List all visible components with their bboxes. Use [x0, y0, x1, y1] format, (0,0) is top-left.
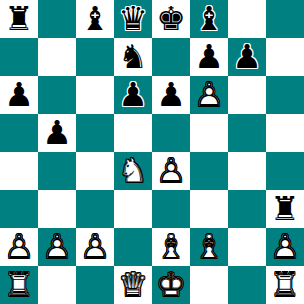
square-a1[interactable]: ♜♖ — [0, 266, 38, 304]
black-queen-glyph: ♛ — [114, 0, 152, 38]
square-g3[interactable] — [228, 190, 266, 228]
white-pawn: ♟♙ — [266, 228, 304, 266]
black-pawn-glyph: ♟ — [190, 38, 228, 76]
square-a6[interactable]: ♟ — [0, 76, 38, 114]
square-d2[interactable] — [114, 228, 152, 266]
square-c5[interactable] — [76, 114, 114, 152]
black-rook-glyph: ♜ — [0, 0, 38, 38]
square-d4[interactable]: ♞♘ — [114, 152, 152, 190]
square-e3[interactable] — [152, 190, 190, 228]
white-knight-outline: ♘ — [114, 152, 152, 190]
white-pawn: ♟♙ — [190, 76, 228, 114]
white-queen: ♛♕ — [114, 266, 152, 304]
black-king: ♚ — [152, 0, 190, 38]
square-b2[interactable]: ♟♙ — [38, 228, 76, 266]
white-pawn: ♟♙ — [0, 228, 38, 266]
square-c2[interactable]: ♟♙ — [76, 228, 114, 266]
square-h1[interactable]: ♜♖ — [266, 266, 304, 304]
square-h4[interactable] — [266, 152, 304, 190]
white-bishop: ♝♗ — [190, 228, 228, 266]
square-d6[interactable]: ♟ — [114, 76, 152, 114]
black-rook: ♜ — [0, 0, 38, 38]
square-g2[interactable] — [228, 228, 266, 266]
square-f4[interactable] — [190, 152, 228, 190]
white-bishop-outline: ♗ — [190, 228, 228, 266]
white-pawn-outline: ♙ — [266, 228, 304, 266]
square-e8[interactable]: ♚ — [152, 0, 190, 38]
black-bishop: ♝ — [190, 0, 228, 38]
black-king-glyph: ♚ — [152, 0, 190, 38]
square-b5[interactable]: ♟ — [38, 114, 76, 152]
square-c8[interactable]: ♝ — [76, 0, 114, 38]
black-rook: ♜ — [266, 190, 304, 228]
square-b7[interactable] — [38, 38, 76, 76]
square-a4[interactable] — [0, 152, 38, 190]
square-h7[interactable] — [266, 38, 304, 76]
white-pawn-outline: ♙ — [152, 152, 190, 190]
square-c3[interactable] — [76, 190, 114, 228]
white-pawn-outline: ♙ — [38, 228, 76, 266]
square-g8[interactable] — [228, 0, 266, 38]
square-a2[interactable]: ♟♙ — [0, 228, 38, 266]
white-pawn-outline: ♙ — [190, 76, 228, 114]
black-pawn: ♟ — [152, 76, 190, 114]
black-knight-glyph: ♞ — [114, 38, 152, 76]
square-c4[interactable] — [76, 152, 114, 190]
white-knight: ♞♘ — [114, 152, 152, 190]
black-pawn: ♟ — [0, 76, 38, 114]
black-bishop-glyph: ♝ — [76, 0, 114, 38]
square-g4[interactable] — [228, 152, 266, 190]
square-a3[interactable] — [0, 190, 38, 228]
square-d5[interactable] — [114, 114, 152, 152]
black-pawn-glyph: ♟ — [228, 38, 266, 76]
white-pawn: ♟♙ — [76, 228, 114, 266]
square-h6[interactable] — [266, 76, 304, 114]
white-pawn-outline: ♙ — [76, 228, 114, 266]
white-bishop-outline: ♗ — [152, 228, 190, 266]
black-pawn: ♟ — [114, 76, 152, 114]
white-rook: ♜♖ — [0, 266, 38, 304]
square-b4[interactable] — [38, 152, 76, 190]
square-b6[interactable] — [38, 76, 76, 114]
square-a8[interactable]: ♜ — [0, 0, 38, 38]
black-pawn: ♟ — [228, 38, 266, 76]
square-f8[interactable]: ♝ — [190, 0, 228, 38]
square-g5[interactable] — [228, 114, 266, 152]
square-g1[interactable] — [228, 266, 266, 304]
black-pawn-glyph: ♟ — [0, 76, 38, 114]
white-pawn: ♟♙ — [38, 228, 76, 266]
square-b8[interactable] — [38, 0, 76, 38]
white-bishop: ♝♗ — [152, 228, 190, 266]
square-c7[interactable] — [76, 38, 114, 76]
square-h3[interactable]: ♜ — [266, 190, 304, 228]
square-d7[interactable]: ♞ — [114, 38, 152, 76]
black-pawn-glyph: ♟ — [152, 76, 190, 114]
square-g6[interactable] — [228, 76, 266, 114]
square-a7[interactable] — [0, 38, 38, 76]
square-e1[interactable]: ♚♔ — [152, 266, 190, 304]
white-rook: ♜♖ — [266, 266, 304, 304]
chess-board: ♜♝♛♚♝♞♟♟♟♟♟♟♙♟♞♘♟♙♜♟♙♟♙♟♙♝♗♝♗♟♙♜♖♛♕♚♔♜♖ — [0, 0, 304, 304]
white-rook-outline: ♖ — [266, 266, 304, 304]
square-d8[interactable]: ♛ — [114, 0, 152, 38]
white-rook-outline: ♖ — [0, 266, 38, 304]
square-e2[interactable]: ♝♗ — [152, 228, 190, 266]
square-f6[interactable]: ♟♙ — [190, 76, 228, 114]
white-queen-outline: ♕ — [114, 266, 152, 304]
white-king: ♚♔ — [152, 266, 190, 304]
white-pawn-outline: ♙ — [0, 228, 38, 266]
black-pawn: ♟ — [38, 114, 76, 152]
square-g7[interactable]: ♟ — [228, 38, 266, 76]
square-b3[interactable] — [38, 190, 76, 228]
square-d1[interactable]: ♛♕ — [114, 266, 152, 304]
square-f2[interactable]: ♝♗ — [190, 228, 228, 266]
black-queen: ♛ — [114, 0, 152, 38]
black-pawn-glyph: ♟ — [114, 76, 152, 114]
square-e7[interactable] — [152, 38, 190, 76]
black-pawn: ♟ — [190, 38, 228, 76]
square-b1[interactable] — [38, 266, 76, 304]
black-pawn-glyph: ♟ — [38, 114, 76, 152]
black-bishop: ♝ — [76, 0, 114, 38]
square-f1[interactable] — [190, 266, 228, 304]
square-f7[interactable]: ♟ — [190, 38, 228, 76]
black-knight: ♞ — [114, 38, 152, 76]
square-f3[interactable] — [190, 190, 228, 228]
square-f5[interactable] — [190, 114, 228, 152]
white-king-outline: ♔ — [152, 266, 190, 304]
black-bishop-glyph: ♝ — [190, 0, 228, 38]
black-rook-glyph: ♜ — [266, 190, 304, 228]
square-h2[interactable]: ♟♙ — [266, 228, 304, 266]
square-h8[interactable] — [266, 0, 304, 38]
white-pawn: ♟♙ — [152, 152, 190, 190]
square-c1[interactable] — [76, 266, 114, 304]
square-a5[interactable] — [0, 114, 38, 152]
square-e6[interactable]: ♟ — [152, 76, 190, 114]
square-h5[interactable] — [266, 114, 304, 152]
square-c6[interactable] — [76, 76, 114, 114]
square-e4[interactable]: ♟♙ — [152, 152, 190, 190]
square-d3[interactable] — [114, 190, 152, 228]
square-e5[interactable] — [152, 114, 190, 152]
